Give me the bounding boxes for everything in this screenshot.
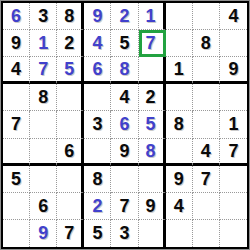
cell-r9c6[interactable] xyxy=(139,220,166,247)
cell-r5c3[interactable] xyxy=(57,111,84,138)
cell-r9c7[interactable] xyxy=(166,220,193,247)
cell-r6c8[interactable]: 4 xyxy=(193,139,220,166)
cell-r3c3[interactable]: 5 xyxy=(57,57,84,84)
cell-r9c2[interactable]: 9 xyxy=(30,220,57,247)
cell-r6c9[interactable]: 7 xyxy=(220,139,247,166)
cell-r9c3[interactable]: 7 xyxy=(57,220,84,247)
cell-r8c3[interactable] xyxy=(57,193,84,220)
cell-r6c7[interactable] xyxy=(166,139,193,166)
cell-r8c2[interactable]: 6 xyxy=(30,193,57,220)
cell-r1c6[interactable]: 1 xyxy=(139,3,166,30)
cell-r3c1[interactable]: 4 xyxy=(3,57,30,84)
cell-r2c3[interactable]: 2 xyxy=(57,30,84,57)
cell-r5c4[interactable]: 3 xyxy=(84,111,111,138)
cell-r7c6[interactable] xyxy=(139,166,166,193)
cell-r1c8[interactable] xyxy=(193,3,220,30)
cell-r8c4[interactable]: 2 xyxy=(84,193,111,220)
cell-r7c2[interactable] xyxy=(30,166,57,193)
cell-r5c2[interactable] xyxy=(30,111,57,138)
cell-r7c3[interactable] xyxy=(57,166,84,193)
cell-r1c5[interactable]: 2 xyxy=(111,3,138,30)
cell-r3c7[interactable]: 1 xyxy=(166,57,193,84)
cell-r6c5[interactable]: 9 xyxy=(111,139,138,166)
cell-r9c4[interactable]: 5 xyxy=(84,220,111,247)
cell-r5c5[interactable]: 6 xyxy=(111,111,138,138)
cell-r3c6[interactable] xyxy=(139,57,166,84)
cell-r4c3[interactable] xyxy=(57,84,84,111)
cell-r4c1[interactable] xyxy=(3,84,30,111)
cell-r8c9[interactable] xyxy=(220,193,247,220)
cell-r1c3[interactable]: 8 xyxy=(57,3,84,30)
cell-r7c1[interactable]: 5 xyxy=(3,166,30,193)
cell-r9c9[interactable] xyxy=(220,220,247,247)
cell-r2c8[interactable]: 8 xyxy=(193,30,220,57)
cell-r8c7[interactable]: 4 xyxy=(166,193,193,220)
cell-r1c9[interactable]: 4 xyxy=(220,3,247,30)
cell-r4c4[interactable] xyxy=(84,84,111,111)
cell-r1c1[interactable]: 6 xyxy=(3,3,30,30)
cell-r7c8[interactable]: 7 xyxy=(193,166,220,193)
cell-r1c2[interactable]: 3 xyxy=(30,3,57,30)
cell-r5c1[interactable]: 7 xyxy=(3,111,30,138)
cell-r8c5[interactable]: 7 xyxy=(111,193,138,220)
cell-r6c3[interactable]: 6 xyxy=(57,139,84,166)
cell-r2c7[interactable] xyxy=(166,30,193,57)
sudoku-board: 6389214912457847568198427365816984758976… xyxy=(3,3,247,247)
cell-r6c1[interactable] xyxy=(3,139,30,166)
cell-r4c5[interactable]: 4 xyxy=(111,84,138,111)
cell-r2c5[interactable]: 5 xyxy=(111,30,138,57)
cell-r5c9[interactable]: 1 xyxy=(220,111,247,138)
cell-r2c2[interactable]: 1 xyxy=(30,30,57,57)
cell-r4c7[interactable] xyxy=(166,84,193,111)
cell-r1c7[interactable] xyxy=(166,3,193,30)
sudoku-board-frame: 6389214912457847568198427365816984758976… xyxy=(1,1,249,249)
cell-r6c4[interactable] xyxy=(84,139,111,166)
cell-r5c8[interactable] xyxy=(193,111,220,138)
cell-r9c5[interactable]: 3 xyxy=(111,220,138,247)
cell-r1c4[interactable]: 9 xyxy=(84,3,111,30)
cell-r4c2[interactable]: 8 xyxy=(30,84,57,111)
cell-r4c6[interactable]: 2 xyxy=(139,84,166,111)
cell-r7c4[interactable]: 8 xyxy=(84,166,111,193)
cell-r4c8[interactable] xyxy=(193,84,220,111)
cell-r2c6[interactable]: 7 xyxy=(139,30,166,57)
cell-r9c8[interactable] xyxy=(193,220,220,247)
cell-r8c6[interactable]: 9 xyxy=(139,193,166,220)
cell-r6c6[interactable]: 8 xyxy=(139,139,166,166)
cell-r7c9[interactable] xyxy=(220,166,247,193)
cell-r3c4[interactable]: 6 xyxy=(84,57,111,84)
cell-r6c2[interactable] xyxy=(30,139,57,166)
cell-r4c9[interactable] xyxy=(220,84,247,111)
cell-r7c7[interactable]: 9 xyxy=(166,166,193,193)
cell-r3c5[interactable]: 8 xyxy=(111,57,138,84)
cell-r2c4[interactable]: 4 xyxy=(84,30,111,57)
cell-r7c5[interactable] xyxy=(111,166,138,193)
cell-r9c1[interactable] xyxy=(3,220,30,247)
cell-r2c9[interactable] xyxy=(220,30,247,57)
cell-r3c2[interactable]: 7 xyxy=(30,57,57,84)
cell-r3c9[interactable]: 9 xyxy=(220,57,247,84)
cell-r5c7[interactable]: 8 xyxy=(166,111,193,138)
cell-r8c1[interactable] xyxy=(3,193,30,220)
cell-r8c8[interactable] xyxy=(193,193,220,220)
cell-r3c8[interactable] xyxy=(193,57,220,84)
cell-r2c1[interactable]: 9 xyxy=(3,30,30,57)
cell-r5c6[interactable]: 5 xyxy=(139,111,166,138)
